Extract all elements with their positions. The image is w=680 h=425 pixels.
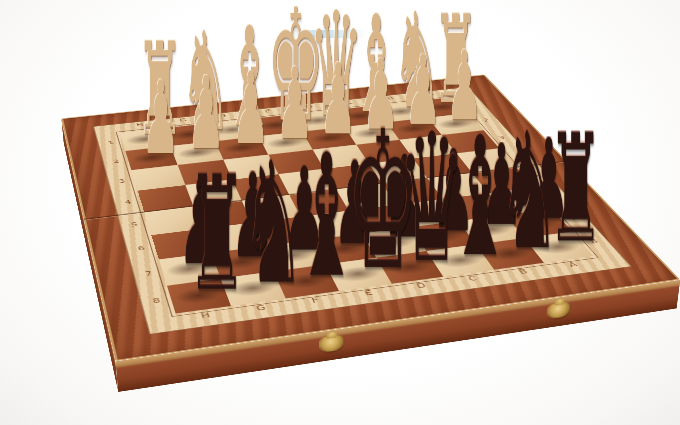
piece-shadow [217,252,266,271]
piece-shadow [435,251,486,270]
piece-shadow [467,221,516,238]
piece-shadow [255,119,296,132]
rank-label-left-3: 3 [109,178,135,186]
piece-shadow [265,136,307,150]
piece-shadow [381,105,422,117]
piece-shadow [393,122,435,135]
piece-shadow [418,227,467,245]
piece-shadow [227,278,278,298]
piece-shadow [130,151,172,165]
piece-shadow [281,271,332,291]
piece-shadow [320,239,369,257]
piece-shadow [169,128,210,141]
rank-label-left-6: 6 [127,244,156,254]
piece-shadow [308,131,350,144]
rank-label-left-8: 8 [141,296,172,307]
rank-label-left-7: 7 [134,269,164,279]
piece-shadow [533,238,584,256]
rank-label-left-5: 5 [121,220,149,229]
square-h3 [131,165,185,191]
brass-clasp-2 [548,301,571,319]
square-g3 [178,160,233,185]
piece-shadow [173,285,224,306]
piece-shadow [298,114,339,127]
piece-shadow [269,246,318,265]
chess-board: ♜♞♝♚♛♝♞♜♟♟♟♟♟♟♟♟♟♟♟♟♟♟♟♟♜♞♝♚♛♝♞♜ HHGGFFE… [61,75,680,362]
rank-label-left-4: 4 [115,198,142,206]
piece-shadow [435,117,477,130]
piece-shadow [176,146,218,160]
rank-label-left-1: 1 [98,139,123,146]
brass-clasp-1 [320,334,343,352]
file-label-far-A: A [409,90,452,98]
piece-shadow [384,257,435,276]
piece-shadow [165,259,214,278]
piece-shadow [333,264,384,284]
piece-shadow [351,127,393,140]
chess-set-photo: ♜♞♝♚♛♝♞♜♟♟♟♟♟♟♟♟♟♟♟♟♟♟♟♟♜♞♝♚♛♝♞♜ HHGGFFE… [0,0,680,425]
piece-shadow [484,244,535,263]
scene: ♜♞♝♚♛♝♞♜♟♟♟♟♟♟♟♟♟♟♟♟♟♟♟♟♜♞♝♚♛♝♞♜ HHGGFFE… [0,0,680,425]
rank-label-left-2: 2 [103,158,128,166]
piece-shadow [125,132,166,145]
piece-shadow [212,123,253,136]
piece-shadow [369,233,418,251]
piece-shadow [514,215,563,232]
piece-shadow [339,110,380,122]
piece-shadow [421,101,462,113]
piece-shadow [221,141,263,155]
